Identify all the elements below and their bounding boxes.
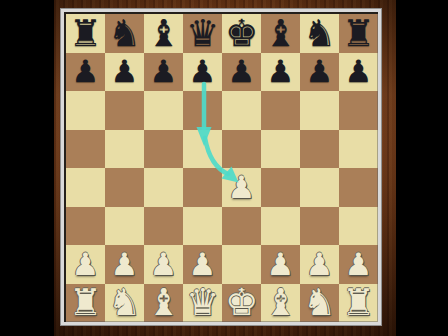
piece-bn-g8: ♞ bbox=[303, 15, 336, 52]
piece-bp-g7: ♟ bbox=[306, 56, 334, 87]
piece-wp-e4: ♟ bbox=[228, 172, 256, 203]
piece-bp-d7: ♟ bbox=[189, 56, 217, 87]
board-grid: ♜♞♝♛♚♝♞♜♟♟♟♟♟♟♟♟♟♟♟♟♟♟♟♟♜♞♝♛♚♝♞♜ bbox=[66, 14, 378, 322]
square-f4[interactable] bbox=[261, 168, 300, 207]
square-d8[interactable]: ♛ bbox=[183, 14, 222, 53]
square-d2[interactable]: ♟ bbox=[183, 245, 222, 284]
square-h8[interactable]: ♜ bbox=[339, 14, 378, 53]
piece-wq-d1: ♛ bbox=[186, 284, 219, 321]
square-h1[interactable]: ♜ bbox=[339, 284, 378, 323]
square-d7[interactable]: ♟ bbox=[183, 53, 222, 92]
square-g4[interactable] bbox=[300, 168, 339, 207]
square-c4[interactable] bbox=[144, 168, 183, 207]
piece-bp-h7: ♟ bbox=[345, 56, 373, 87]
video-frame: ♜♞♝♛♚♝♞♜♟♟♟♟♟♟♟♟♟♟♟♟♟♟♟♟♜♞♝♛♚♝♞♜ bbox=[0, 0, 448, 336]
piece-bp-c7: ♟ bbox=[150, 56, 178, 87]
square-g2[interactable]: ♟ bbox=[300, 245, 339, 284]
square-h2[interactable]: ♟ bbox=[339, 245, 378, 284]
square-e5[interactable] bbox=[222, 130, 261, 169]
piece-bb-f8: ♝ bbox=[264, 15, 297, 52]
chess-board: ♜♞♝♛♚♝♞♜♟♟♟♟♟♟♟♟♟♟♟♟♟♟♟♟♜♞♝♛♚♝♞♜ bbox=[64, 12, 378, 322]
square-b4[interactable] bbox=[105, 168, 144, 207]
piece-wp-d2: ♟ bbox=[189, 249, 217, 280]
square-b2[interactable]: ♟ bbox=[105, 245, 144, 284]
square-h3[interactable] bbox=[339, 207, 378, 246]
square-g5[interactable] bbox=[300, 130, 339, 169]
square-g8[interactable]: ♞ bbox=[300, 14, 339, 53]
square-e7[interactable]: ♟ bbox=[222, 53, 261, 92]
square-b3[interactable] bbox=[105, 207, 144, 246]
piece-br-h8: ♜ bbox=[342, 15, 375, 52]
square-f5[interactable] bbox=[261, 130, 300, 169]
piece-bb-c8: ♝ bbox=[147, 15, 180, 52]
square-a7[interactable]: ♟ bbox=[66, 53, 105, 92]
piece-wp-g2: ♟ bbox=[306, 249, 334, 280]
square-a1[interactable]: ♜ bbox=[66, 284, 105, 323]
piece-wp-a2: ♟ bbox=[72, 249, 100, 280]
square-a8[interactable]: ♜ bbox=[66, 14, 105, 53]
square-a5[interactable] bbox=[66, 130, 105, 169]
square-c3[interactable] bbox=[144, 207, 183, 246]
board-frame: ♜♞♝♛♚♝♞♜♟♟♟♟♟♟♟♟♟♟♟♟♟♟♟♟♜♞♝♛♚♝♞♜ bbox=[60, 8, 382, 326]
square-c6[interactable] bbox=[144, 91, 183, 130]
square-a3[interactable] bbox=[66, 207, 105, 246]
square-a2[interactable]: ♟ bbox=[66, 245, 105, 284]
square-b1[interactable]: ♞ bbox=[105, 284, 144, 323]
square-h5[interactable] bbox=[339, 130, 378, 169]
square-e8[interactable]: ♚ bbox=[222, 14, 261, 53]
square-f3[interactable] bbox=[261, 207, 300, 246]
square-g7[interactable]: ♟ bbox=[300, 53, 339, 92]
square-b5[interactable] bbox=[105, 130, 144, 169]
square-f8[interactable]: ♝ bbox=[261, 14, 300, 53]
square-c8[interactable]: ♝ bbox=[144, 14, 183, 53]
square-d3[interactable] bbox=[183, 207, 222, 246]
square-e2[interactable] bbox=[222, 245, 261, 284]
square-d5[interactable] bbox=[183, 130, 222, 169]
piece-wk-e1: ♚ bbox=[225, 284, 258, 321]
square-d6[interactable] bbox=[183, 91, 222, 130]
square-c2[interactable]: ♟ bbox=[144, 245, 183, 284]
piece-wb-f1: ♝ bbox=[264, 284, 297, 321]
square-a6[interactable] bbox=[66, 91, 105, 130]
square-e6[interactable] bbox=[222, 91, 261, 130]
piece-wr-a1: ♜ bbox=[69, 284, 102, 321]
square-f2[interactable]: ♟ bbox=[261, 245, 300, 284]
piece-wn-b1: ♞ bbox=[108, 284, 141, 321]
square-d1[interactable]: ♛ bbox=[183, 284, 222, 323]
piece-wp-h2: ♟ bbox=[345, 249, 373, 280]
piece-bq-d8: ♛ bbox=[186, 15, 219, 52]
square-a4[interactable] bbox=[66, 168, 105, 207]
piece-wp-f2: ♟ bbox=[267, 249, 295, 280]
square-h6[interactable] bbox=[339, 91, 378, 130]
piece-wp-b2: ♟ bbox=[111, 249, 139, 280]
square-d4[interactable] bbox=[183, 168, 222, 207]
piece-wp-c2: ♟ bbox=[150, 249, 178, 280]
square-c5[interactable] bbox=[144, 130, 183, 169]
square-f6[interactable] bbox=[261, 91, 300, 130]
square-e4[interactable]: ♟ bbox=[222, 168, 261, 207]
square-b6[interactable] bbox=[105, 91, 144, 130]
square-f1[interactable]: ♝ bbox=[261, 284, 300, 323]
square-h4[interactable] bbox=[339, 168, 378, 207]
square-b7[interactable]: ♟ bbox=[105, 53, 144, 92]
square-h7[interactable]: ♟ bbox=[339, 53, 378, 92]
piece-wn-g1: ♞ bbox=[303, 284, 336, 321]
square-g3[interactable] bbox=[300, 207, 339, 246]
piece-bp-a7: ♟ bbox=[72, 56, 100, 87]
piece-br-a8: ♜ bbox=[69, 15, 102, 52]
square-c7[interactable]: ♟ bbox=[144, 53, 183, 92]
square-g1[interactable]: ♞ bbox=[300, 284, 339, 323]
piece-bp-b7: ♟ bbox=[111, 56, 139, 87]
piece-bn-b8: ♞ bbox=[108, 15, 141, 52]
square-c1[interactable]: ♝ bbox=[144, 284, 183, 323]
piece-wr-h1: ♜ bbox=[342, 284, 375, 321]
square-e1[interactable]: ♚ bbox=[222, 284, 261, 323]
square-f7[interactable]: ♟ bbox=[261, 53, 300, 92]
piece-bp-f7: ♟ bbox=[267, 56, 295, 87]
square-b8[interactable]: ♞ bbox=[105, 14, 144, 53]
piece-wb-c1: ♝ bbox=[147, 284, 180, 321]
square-g6[interactable] bbox=[300, 91, 339, 130]
square-e3[interactable] bbox=[222, 207, 261, 246]
piece-bk-e8: ♚ bbox=[225, 15, 258, 52]
piece-bp-e7: ♟ bbox=[228, 56, 256, 87]
